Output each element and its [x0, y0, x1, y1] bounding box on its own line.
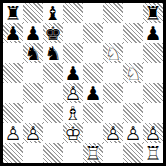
square-h5[interactable]	[143, 63, 163, 83]
square-f3[interactable]	[103, 103, 123, 123]
square-b3[interactable]	[23, 103, 43, 123]
square-d2[interactable]: ♚♔	[63, 123, 83, 143]
white-knight-f6: ♘	[103, 43, 123, 63]
white-pawn-g2: ♙	[123, 123, 143, 143]
square-h3[interactable]	[143, 103, 163, 123]
square-e1[interactable]: ♜♖	[83, 143, 103, 163]
square-a6[interactable]	[3, 43, 23, 63]
square-e4[interactable]: ♟	[83, 83, 103, 103]
square-e2[interactable]	[83, 123, 103, 143]
white-rook-silhouette: ♜	[83, 143, 103, 163]
chess-board: ♜♝♜♟♟♚♟♞♞♞♘♟♞♘♟♙♟♝♗♟♙♟♙♚♔♟♙♟♙♟♙♜♖♜♖	[3, 3, 163, 163]
square-c2[interactable]	[43, 123, 63, 143]
square-d5[interactable]: ♟	[63, 63, 83, 83]
square-d4[interactable]: ♟♙	[63, 83, 83, 103]
square-d3[interactable]: ♝♗	[63, 103, 83, 123]
white-knight-silhouette: ♞	[103, 43, 123, 63]
white-pawn-f2: ♙	[103, 123, 123, 143]
square-g8[interactable]	[123, 3, 143, 23]
square-f7[interactable]	[103, 23, 123, 43]
black-bishop-c8: ♝	[43, 3, 63, 23]
square-c3[interactable]	[43, 103, 63, 123]
square-h2[interactable]: ♟♙	[143, 123, 163, 143]
white-rook-silhouette: ♜	[143, 143, 163, 163]
square-c6[interactable]: ♞	[43, 43, 63, 63]
square-g6[interactable]	[123, 43, 143, 63]
square-g1[interactable]	[123, 143, 143, 163]
square-f5[interactable]	[103, 63, 123, 83]
white-pawn-silhouette: ♟	[143, 123, 163, 143]
square-b7[interactable]: ♟	[23, 23, 43, 43]
square-h1[interactable]: ♜♖	[143, 143, 163, 163]
square-f6[interactable]: ♞♘	[103, 43, 123, 63]
square-c4[interactable]	[43, 83, 63, 103]
square-a8[interactable]: ♜	[3, 3, 23, 23]
square-c1[interactable]	[43, 143, 63, 163]
square-h6[interactable]	[143, 43, 163, 63]
square-f8[interactable]	[103, 3, 123, 23]
square-b5[interactable]	[23, 63, 43, 83]
white-pawn-silhouette: ♟	[3, 123, 23, 143]
square-b8[interactable]	[23, 3, 43, 23]
black-knight-b6: ♞	[23, 43, 43, 63]
square-h8[interactable]: ♜	[143, 3, 163, 23]
white-knight-silhouette: ♞	[123, 63, 143, 83]
square-d6[interactable]	[63, 43, 83, 63]
black-pawn-a7: ♟	[3, 23, 23, 43]
black-rook-a8: ♜	[3, 3, 23, 23]
white-pawn-silhouette: ♟	[103, 123, 123, 143]
square-c5[interactable]	[43, 63, 63, 83]
white-pawn-d4: ♙	[63, 83, 83, 103]
square-g2[interactable]: ♟♙	[123, 123, 143, 143]
white-bishop-silhouette: ♝	[63, 103, 83, 123]
square-d8[interactable]	[63, 3, 83, 23]
black-rook-h8: ♜	[143, 3, 163, 23]
square-b2[interactable]: ♟♙	[23, 123, 43, 143]
black-king-c7: ♚	[43, 23, 63, 43]
square-b1[interactable]	[23, 143, 43, 163]
square-a4[interactable]	[3, 83, 23, 103]
black-pawn-b7: ♟	[23, 23, 43, 43]
chess-board-frame: ♜♝♜♟♟♚♟♞♞♞♘♟♞♘♟♙♟♝♗♟♙♟♙♚♔♟♙♟♙♟♙♜♖♜♖	[0, 0, 166, 166]
square-h7[interactable]: ♟	[143, 23, 163, 43]
square-d1[interactable]	[63, 143, 83, 163]
black-knight-c6: ♞	[43, 43, 63, 63]
square-a1[interactable]	[3, 143, 23, 163]
square-g5[interactable]: ♞♘	[123, 63, 143, 83]
square-b4[interactable]	[23, 83, 43, 103]
square-f2[interactable]: ♟♙	[103, 123, 123, 143]
square-e5[interactable]	[83, 63, 103, 83]
square-g3[interactable]	[123, 103, 143, 123]
black-pawn-h7: ♟	[143, 23, 163, 43]
white-rook-e1: ♖	[83, 143, 103, 163]
square-e7[interactable]	[83, 23, 103, 43]
square-a2[interactable]: ♟♙	[3, 123, 23, 143]
white-king-d2: ♔	[63, 123, 83, 143]
square-e3[interactable]	[83, 103, 103, 123]
square-b6[interactable]: ♞	[23, 43, 43, 63]
square-g7[interactable]	[123, 23, 143, 43]
white-pawn-silhouette: ♟	[123, 123, 143, 143]
square-a5[interactable]	[3, 63, 23, 83]
black-pawn-d5: ♟	[63, 63, 83, 83]
white-pawn-a2: ♙	[3, 123, 23, 143]
white-knight-g5: ♘	[123, 63, 143, 83]
white-bishop-d3: ♗	[63, 103, 83, 123]
square-c7[interactable]: ♚	[43, 23, 63, 43]
square-a7[interactable]: ♟	[3, 23, 23, 43]
square-e8[interactable]	[83, 3, 103, 23]
black-pawn-e4: ♟	[83, 83, 103, 103]
square-d7[interactable]	[63, 23, 83, 43]
square-c8[interactable]: ♝	[43, 3, 63, 23]
square-f4[interactable]	[103, 83, 123, 103]
white-rook-h1: ♖	[143, 143, 163, 163]
square-f1[interactable]	[103, 143, 123, 163]
white-king-silhouette: ♚	[63, 123, 83, 143]
square-a3[interactable]	[3, 103, 23, 123]
white-pawn-silhouette: ♟	[63, 83, 83, 103]
square-g4[interactable]	[123, 83, 143, 103]
square-h4[interactable]	[143, 83, 163, 103]
white-pawn-h2: ♙	[143, 123, 163, 143]
white-pawn-b2: ♙	[23, 123, 43, 143]
white-pawn-silhouette: ♟	[23, 123, 43, 143]
square-e6[interactable]	[83, 43, 103, 63]
